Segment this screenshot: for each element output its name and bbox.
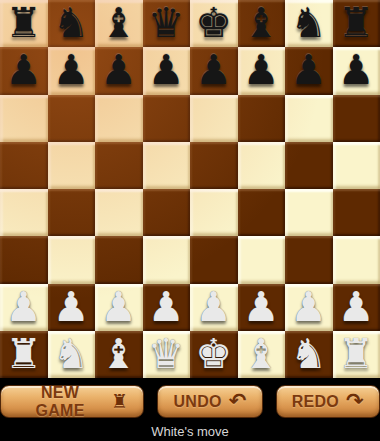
square-e6[interactable] <box>190 95 238 142</box>
piece-black-pawn[interactable]: ♟ <box>100 50 137 91</box>
piece-white-pawn[interactable]: ♟ <box>5 287 42 328</box>
square-a8[interactable]: ♜ <box>0 0 48 47</box>
piece-black-bishop[interactable]: ♝ <box>243 3 280 44</box>
piece-white-pawn[interactable]: ♟ <box>53 287 90 328</box>
square-h8[interactable]: ♜ <box>333 0 380 47</box>
square-d7[interactable]: ♟ <box>143 47 191 94</box>
square-d4[interactable] <box>143 189 191 236</box>
piece-white-knight[interactable]: ♞ <box>290 334 327 375</box>
piece-white-pawn[interactable]: ♟ <box>148 287 185 328</box>
square-c6[interactable] <box>95 95 143 142</box>
square-f6[interactable] <box>238 95 286 142</box>
piece-white-pawn[interactable]: ♟ <box>243 287 280 328</box>
square-e4[interactable] <box>190 189 238 236</box>
square-f7[interactable]: ♟ <box>238 47 286 94</box>
square-a4[interactable] <box>0 189 48 236</box>
square-c1[interactable]: ♝ <box>95 331 143 378</box>
piece-black-bishop[interactable]: ♝ <box>100 3 137 44</box>
piece-white-rook[interactable]: ♜ <box>338 334 375 375</box>
square-f4[interactable] <box>238 189 286 236</box>
square-a6[interactable] <box>0 95 48 142</box>
square-b5[interactable] <box>48 142 96 189</box>
square-d1[interactable]: ♛ <box>143 331 191 378</box>
piece-white-queen[interactable]: ♛ <box>148 334 185 375</box>
chess-app: ♜♞♝♛♚♝♞♜♟♟♟♟♟♟♟♟♟♟♟♟♟♟♟♟♜♞♝♛♚♝♞♜ NEW GAM… <box>0 0 380 441</box>
square-g5[interactable] <box>285 142 333 189</box>
square-e3[interactable] <box>190 236 238 283</box>
square-g1[interactable]: ♞ <box>285 331 333 378</box>
square-d6[interactable] <box>143 95 191 142</box>
bottom-bar: NEW GAME ♜ UNDO ↶ REDO ↷ White's move <box>0 378 380 441</box>
piece-black-pawn[interactable]: ♟ <box>5 50 42 91</box>
square-g6[interactable] <box>285 95 333 142</box>
square-b6[interactable] <box>48 95 96 142</box>
square-g4[interactable] <box>285 189 333 236</box>
board-grid: ♜♞♝♛♚♝♞♜♟♟♟♟♟♟♟♟♟♟♟♟♟♟♟♟♜♞♝♛♚♝♞♜ <box>0 0 380 378</box>
piece-black-pawn[interactable]: ♟ <box>338 50 375 91</box>
square-a7[interactable]: ♟ <box>0 47 48 94</box>
piece-white-pawn[interactable]: ♟ <box>338 287 375 328</box>
square-c5[interactable] <box>95 142 143 189</box>
piece-white-bishop[interactable]: ♝ <box>243 334 280 375</box>
piece-black-king[interactable]: ♚ <box>195 3 232 44</box>
redo-button[interactable]: REDO ↷ <box>276 385 380 418</box>
undo-arrow-icon: ↶ <box>229 391 247 412</box>
square-g7[interactable]: ♟ <box>285 47 333 94</box>
piece-black-rook[interactable]: ♜ <box>338 3 375 44</box>
piece-black-pawn[interactable]: ♟ <box>243 50 280 91</box>
square-h3[interactable] <box>333 236 380 283</box>
square-a5[interactable] <box>0 142 48 189</box>
square-f8[interactable]: ♝ <box>238 0 286 47</box>
undo-button[interactable]: UNDO ↶ <box>157 385 262 418</box>
square-g8[interactable]: ♞ <box>285 0 333 47</box>
square-d8[interactable]: ♛ <box>143 0 191 47</box>
piece-black-knight[interactable]: ♞ <box>290 3 327 44</box>
square-g2[interactable]: ♟ <box>285 284 333 331</box>
piece-black-pawn[interactable]: ♟ <box>290 50 327 91</box>
rook-icon: ♜ <box>111 392 128 411</box>
square-h1[interactable]: ♜ <box>333 331 380 378</box>
new-game-button[interactable]: NEW GAME ♜ <box>0 385 144 418</box>
square-c4[interactable] <box>95 189 143 236</box>
new-game-label: NEW GAME <box>16 384 104 420</box>
piece-black-rook[interactable]: ♜ <box>5 3 42 44</box>
square-d2[interactable]: ♟ <box>143 284 191 331</box>
square-f1[interactable]: ♝ <box>238 331 286 378</box>
square-g3[interactable] <box>285 236 333 283</box>
piece-black-pawn[interactable]: ♟ <box>148 50 185 91</box>
square-h4[interactable] <box>333 189 380 236</box>
square-b2[interactable]: ♟ <box>48 284 96 331</box>
square-f3[interactable] <box>238 236 286 283</box>
square-b7[interactable]: ♟ <box>48 47 96 94</box>
square-e7[interactable]: ♟ <box>190 47 238 94</box>
piece-black-pawn[interactable]: ♟ <box>195 50 232 91</box>
square-e5[interactable] <box>190 142 238 189</box>
square-c2[interactable]: ♟ <box>95 284 143 331</box>
piece-black-knight[interactable]: ♞ <box>53 3 90 44</box>
buttons-row: NEW GAME ♜ UNDO ↶ REDO ↷ <box>0 385 380 418</box>
square-f2[interactable]: ♟ <box>238 284 286 331</box>
square-b1[interactable]: ♞ <box>48 331 96 378</box>
piece-white-pawn[interactable]: ♟ <box>195 287 232 328</box>
piece-white-bishop[interactable]: ♝ <box>100 334 137 375</box>
square-e8[interactable]: ♚ <box>190 0 238 47</box>
piece-white-king[interactable]: ♚ <box>195 334 232 375</box>
square-c8[interactable]: ♝ <box>95 0 143 47</box>
piece-white-rook[interactable]: ♜ <box>5 334 42 375</box>
square-d3[interactable] <box>143 236 191 283</box>
square-h5[interactable] <box>333 142 380 189</box>
status-text: White's move <box>151 424 229 439</box>
square-d5[interactable] <box>143 142 191 189</box>
square-f5[interactable] <box>238 142 286 189</box>
piece-black-pawn[interactable]: ♟ <box>53 50 90 91</box>
undo-label: UNDO <box>173 393 221 411</box>
square-a3[interactable] <box>0 236 48 283</box>
square-b3[interactable] <box>48 236 96 283</box>
square-c3[interactable] <box>95 236 143 283</box>
piece-black-queen[interactable]: ♛ <box>148 3 185 44</box>
square-c7[interactable]: ♟ <box>95 47 143 94</box>
piece-white-pawn[interactable]: ♟ <box>290 287 327 328</box>
piece-white-pawn[interactable]: ♟ <box>100 287 137 328</box>
square-h7[interactable]: ♟ <box>333 47 380 94</box>
chess-board: ♜♞♝♛♚♝♞♜♟♟♟♟♟♟♟♟♟♟♟♟♟♟♟♟♜♞♝♛♚♝♞♜ <box>0 0 380 378</box>
square-e1[interactable]: ♚ <box>190 331 238 378</box>
redo-label: REDO <box>292 393 339 411</box>
square-a2[interactable]: ♟ <box>0 284 48 331</box>
piece-white-knight[interactable]: ♞ <box>53 334 90 375</box>
redo-arrow-icon: ↷ <box>346 391 364 412</box>
square-a1[interactable]: ♜ <box>0 331 48 378</box>
square-b8[interactable]: ♞ <box>48 0 96 47</box>
square-b4[interactable] <box>48 189 96 236</box>
square-h2[interactable]: ♟ <box>333 284 380 331</box>
square-h6[interactable] <box>333 95 380 142</box>
square-e2[interactable]: ♟ <box>190 284 238 331</box>
